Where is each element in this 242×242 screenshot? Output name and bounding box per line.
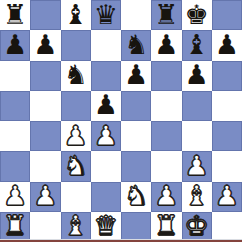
black-pawn[interactable]: ♟ [215,31,239,58]
square-a8[interactable]: ♜ [0,0,30,30]
square-a3[interactable] [0,151,30,181]
square-d3[interactable] [91,151,121,181]
square-e3[interactable] [121,151,151,181]
black-rook[interactable]: ♜ [3,1,27,28]
square-c5[interactable] [61,91,91,121]
square-b6[interactable] [30,61,60,91]
square-g7[interactable]: ♝ [182,30,212,60]
white-queen[interactable]: ♛ [94,212,118,239]
square-f1[interactable]: ♜ [151,212,181,242]
square-e2[interactable]: ♞ [121,182,151,212]
square-d5[interactable]: ♟ [91,91,121,121]
board-squares: ♜♝♛♜♚♟♟♞♟♝♟♞♟♟♟♟♟♞♟♟♟♞♟♝♟♜♝♛♜♚ [0,0,242,242]
square-h3[interactable] [212,151,242,181]
chess-board: ♜♝♛♜♚♟♟♞♟♝♟♞♟♟♟♟♟♞♟♟♟♞♟♝♟♜♝♛♜♚ [0,0,242,242]
square-c1[interactable]: ♝ [61,212,91,242]
square-e1[interactable] [121,212,151,242]
square-h7[interactable]: ♟ [212,30,242,60]
square-f3[interactable] [151,151,181,181]
square-e4[interactable] [121,121,151,151]
black-pawn[interactable]: ♟ [185,61,209,88]
white-knight[interactable]: ♞ [64,152,88,179]
white-bishop[interactable]: ♝ [64,212,88,239]
square-c7[interactable] [61,30,91,60]
black-pawn[interactable]: ♟ [94,91,118,118]
square-g4[interactable] [182,121,212,151]
black-king[interactable]: ♚ [185,1,209,28]
square-a6[interactable] [0,61,30,91]
white-king[interactable]: ♚ [185,212,209,239]
square-c2[interactable] [61,182,91,212]
white-knight[interactable]: ♞ [124,182,148,209]
black-pawn[interactable]: ♟ [33,31,57,58]
square-g2[interactable]: ♝ [182,182,212,212]
square-a5[interactable] [0,91,30,121]
black-knight[interactable]: ♞ [124,31,148,58]
square-h2[interactable]: ♟ [212,182,242,212]
square-f8[interactable]: ♜ [151,0,181,30]
black-bishop[interactable]: ♝ [64,1,88,28]
square-d1[interactable]: ♛ [91,212,121,242]
square-b8[interactable] [30,0,60,30]
white-rook[interactable]: ♜ [154,212,178,239]
square-e5[interactable] [121,91,151,121]
white-pawn[interactable]: ♟ [185,152,209,179]
square-h8[interactable] [212,0,242,30]
square-c3[interactable]: ♞ [61,151,91,181]
square-b2[interactable]: ♟ [30,182,60,212]
square-c8[interactable]: ♝ [61,0,91,30]
white-pawn[interactable]: ♟ [154,182,178,209]
square-f2[interactable]: ♟ [151,182,181,212]
square-b3[interactable] [30,151,60,181]
black-queen[interactable]: ♛ [94,1,118,28]
square-g8[interactable]: ♚ [182,0,212,30]
square-h5[interactable] [212,91,242,121]
black-rook[interactable]: ♜ [154,1,178,28]
white-pawn[interactable]: ♟ [215,182,239,209]
square-a1[interactable]: ♜ [0,212,30,242]
white-rook[interactable]: ♜ [3,212,27,239]
square-d6[interactable] [91,61,121,91]
square-b5[interactable] [30,91,60,121]
square-e8[interactable] [121,0,151,30]
black-pawn[interactable]: ♟ [154,31,178,58]
square-d4[interactable]: ♟ [91,121,121,151]
square-b1[interactable] [30,212,60,242]
square-h6[interactable] [212,61,242,91]
square-d8[interactable]: ♛ [91,0,121,30]
black-pawn[interactable]: ♟ [124,61,148,88]
square-d2[interactable] [91,182,121,212]
white-bishop[interactable]: ♝ [185,182,209,209]
square-d7[interactable] [91,30,121,60]
white-pawn[interactable]: ♟ [33,182,57,209]
square-f5[interactable] [151,91,181,121]
square-f7[interactable]: ♟ [151,30,181,60]
square-a4[interactable] [0,121,30,151]
square-c4[interactable]: ♟ [61,121,91,151]
square-g3[interactable]: ♟ [182,151,212,181]
square-a2[interactable]: ♟ [0,182,30,212]
square-f4[interactable] [151,121,181,151]
square-g6[interactable]: ♟ [182,61,212,91]
white-pawn[interactable]: ♟ [64,122,88,149]
square-h1[interactable] [212,212,242,242]
square-g1[interactable]: ♚ [182,212,212,242]
square-c6[interactable]: ♞ [61,61,91,91]
square-g5[interactable] [182,91,212,121]
square-e6[interactable]: ♟ [121,61,151,91]
square-b7[interactable]: ♟ [30,30,60,60]
white-pawn[interactable]: ♟ [94,122,118,149]
square-a7[interactable]: ♟ [0,30,30,60]
square-h4[interactable] [212,121,242,151]
square-e7[interactable]: ♞ [121,30,151,60]
square-b4[interactable] [30,121,60,151]
square-f6[interactable] [151,61,181,91]
white-pawn[interactable]: ♟ [3,182,27,209]
black-pawn[interactable]: ♟ [3,31,27,58]
black-bishop[interactable]: ♝ [185,31,209,58]
black-knight[interactable]: ♞ [64,61,88,88]
